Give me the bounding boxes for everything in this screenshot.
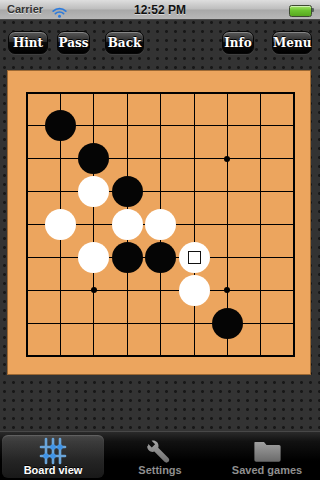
hint-button[interactable]: Hint (8, 31, 48, 54)
app-screen: Carrier 12:52 PM Hint Pass Back Info Men… (0, 0, 320, 480)
white-stone[interactable] (179, 275, 210, 306)
white-stone[interactable] (112, 209, 143, 240)
clock: 12:52 PM (0, 3, 320, 17)
white-stone[interactable] (179, 242, 210, 273)
black-stone[interactable] (112, 242, 143, 273)
go-board-icon (0, 436, 106, 466)
tab-bar: Board view Settings (0, 431, 320, 480)
grid-line (260, 92, 261, 357)
battery-icon (289, 5, 312, 17)
go-board[interactable] (7, 70, 311, 375)
tab-board-view-label: Board view (0, 464, 106, 476)
star-point (91, 287, 97, 293)
back-button[interactable]: Back (105, 31, 144, 54)
white-stone[interactable] (78, 242, 109, 273)
black-stone[interactable] (45, 110, 76, 141)
info-button[interactable]: Info (222, 31, 254, 54)
folder-icon (214, 436, 320, 466)
black-stone[interactable] (145, 242, 176, 273)
wrench-icon (107, 436, 213, 466)
white-stone[interactable] (145, 209, 176, 240)
black-stone[interactable] (112, 176, 143, 207)
star-point (224, 287, 230, 293)
star-point (224, 156, 230, 162)
grid-line (194, 92, 195, 357)
status-bar: Carrier 12:52 PM (0, 0, 320, 20)
black-stone[interactable] (78, 143, 109, 174)
grid-line (26, 290, 295, 291)
grid-line (26, 355, 295, 357)
tab-board-view[interactable]: Board view (0, 432, 106, 480)
pass-button[interactable]: Pass (57, 31, 90, 54)
tab-saved-games[interactable]: Saved games (214, 432, 320, 480)
grid-line (293, 92, 295, 357)
grid-line (26, 323, 295, 324)
tab-saved-games-label: Saved games (214, 464, 320, 476)
white-stone[interactable] (45, 209, 76, 240)
black-stone[interactable] (212, 308, 243, 339)
tab-settings-label: Settings (107, 464, 213, 476)
white-stone[interactable] (78, 176, 109, 207)
last-move-square-marker (188, 251, 201, 264)
toolbar: Hint Pass Back Info Menu (0, 20, 320, 68)
tab-settings[interactable]: Settings (107, 432, 213, 480)
menu-button[interactable]: Menu (272, 31, 312, 54)
